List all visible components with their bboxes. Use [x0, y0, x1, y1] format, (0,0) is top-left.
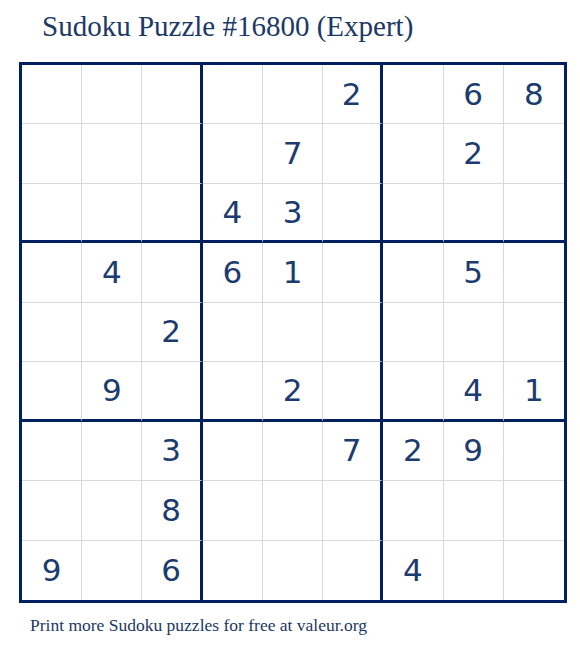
cell-r2c1[interactable] [22, 124, 82, 183]
cell-r4c3[interactable] [142, 243, 202, 302]
cell-r8c6[interactable] [323, 481, 383, 540]
cell-r8c2[interactable] [82, 481, 142, 540]
cell-r9c8[interactable] [444, 541, 504, 600]
cell-r6c7[interactable] [383, 362, 443, 421]
cell-r8c5[interactable] [263, 481, 323, 540]
cell-r5c7[interactable] [383, 303, 443, 362]
cell-r3c2[interactable] [82, 184, 142, 243]
cell-r4c4[interactable]: 6 [203, 243, 263, 302]
cell-r5c4[interactable] [203, 303, 263, 362]
cell-r9c3[interactable]: 6 [142, 541, 202, 600]
cell-r7c9[interactable] [504, 422, 564, 481]
cell-r8c8[interactable] [444, 481, 504, 540]
cell-r4c7[interactable] [383, 243, 443, 302]
cell-r3c8[interactable] [444, 184, 504, 243]
cell-r1c2[interactable] [82, 65, 142, 124]
cell-r2c6[interactable] [323, 124, 383, 183]
cell-r6c9[interactable]: 1 [504, 362, 564, 421]
cell-r7c3[interactable]: 3 [142, 422, 202, 481]
cell-r3c6[interactable] [323, 184, 383, 243]
cell-r6c5[interactable]: 2 [263, 362, 323, 421]
cell-r2c2[interactable] [82, 124, 142, 183]
cell-r3c3[interactable] [142, 184, 202, 243]
cell-r5c1[interactable] [22, 303, 82, 362]
cell-r1c7[interactable] [383, 65, 443, 124]
cell-r4c5[interactable]: 1 [263, 243, 323, 302]
cell-r4c6[interactable] [323, 243, 383, 302]
puzzle-title: Sudoku Puzzle #16800 (Expert) [42, 10, 413, 43]
cell-r2c5[interactable]: 7 [263, 124, 323, 183]
sudoku-board: 268724346152924137298964 [19, 62, 567, 603]
cell-r3c1[interactable] [22, 184, 82, 243]
cell-r6c1[interactable] [22, 362, 82, 421]
cell-r4c9[interactable] [504, 243, 564, 302]
cell-r2c9[interactable] [504, 124, 564, 183]
cell-r2c3[interactable] [142, 124, 202, 183]
cell-r1c4[interactable] [203, 65, 263, 124]
cell-r1c3[interactable] [142, 65, 202, 124]
cell-r9c1[interactable]: 9 [22, 541, 82, 600]
cell-r7c7[interactable]: 2 [383, 422, 443, 481]
cell-r6c6[interactable] [323, 362, 383, 421]
cell-r2c8[interactable]: 2 [444, 124, 504, 183]
cell-r1c1[interactable] [22, 65, 82, 124]
cell-r2c7[interactable] [383, 124, 443, 183]
cell-r7c8[interactable]: 9 [444, 422, 504, 481]
cell-r6c8[interactable]: 4 [444, 362, 504, 421]
cell-r4c2[interactable]: 4 [82, 243, 142, 302]
cell-r9c5[interactable] [263, 541, 323, 600]
cell-r5c3[interactable]: 2 [142, 303, 202, 362]
cell-r4c1[interactable] [22, 243, 82, 302]
cell-r7c5[interactable] [263, 422, 323, 481]
cell-r6c4[interactable] [203, 362, 263, 421]
cell-r7c2[interactable] [82, 422, 142, 481]
cell-r1c6[interactable]: 2 [323, 65, 383, 124]
cell-r7c4[interactable] [203, 422, 263, 481]
cell-r5c6[interactable] [323, 303, 383, 362]
cell-r1c8[interactable]: 6 [444, 65, 504, 124]
cell-r9c6[interactable] [323, 541, 383, 600]
cell-r3c7[interactable] [383, 184, 443, 243]
cell-r8c3[interactable]: 8 [142, 481, 202, 540]
cell-r9c4[interactable] [203, 541, 263, 600]
footer-text: Print more Sudoku puzzles for free at va… [30, 615, 367, 636]
sudoku-page: Sudoku Puzzle #16800 (Expert) 2687243461… [0, 0, 580, 651]
cell-r9c9[interactable] [504, 541, 564, 600]
cell-r4c8[interactable]: 5 [444, 243, 504, 302]
cell-r3c5[interactable]: 3 [263, 184, 323, 243]
cell-r5c9[interactable] [504, 303, 564, 362]
cell-r2c4[interactable] [203, 124, 263, 183]
cell-r5c8[interactable] [444, 303, 504, 362]
cell-r8c9[interactable] [504, 481, 564, 540]
cell-r9c7[interactable]: 4 [383, 541, 443, 600]
cell-r7c1[interactable] [22, 422, 82, 481]
cell-r1c5[interactable] [263, 65, 323, 124]
cell-r5c2[interactable] [82, 303, 142, 362]
cell-r7c6[interactable]: 7 [323, 422, 383, 481]
cell-r3c4[interactable]: 4 [203, 184, 263, 243]
cell-r8c1[interactable] [22, 481, 82, 540]
cell-r6c3[interactable] [142, 362, 202, 421]
cell-r5c5[interactable] [263, 303, 323, 362]
cell-r6c2[interactable]: 9 [82, 362, 142, 421]
cell-r3c9[interactable] [504, 184, 564, 243]
cell-r1c9[interactable]: 8 [504, 65, 564, 124]
cell-r9c2[interactable] [82, 541, 142, 600]
cell-r8c7[interactable] [383, 481, 443, 540]
cell-r8c4[interactable] [203, 481, 263, 540]
